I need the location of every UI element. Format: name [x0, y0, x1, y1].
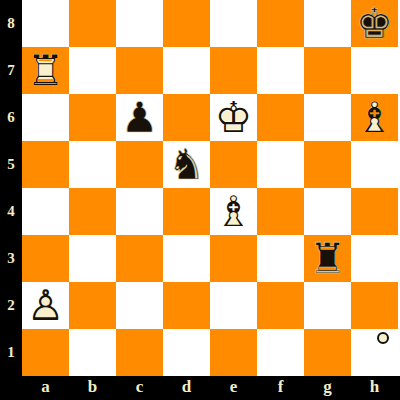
square-f3[interactable] — [257, 235, 304, 282]
square-c8[interactable] — [116, 0, 163, 47]
square-c4[interactable] — [116, 188, 163, 235]
square-e2[interactable] — [210, 282, 257, 329]
white-bishop: ♝♗ — [210, 188, 257, 235]
white-king: ♚♔ — [210, 94, 257, 141]
black-pawn-glyph: ♟ — [116, 94, 163, 141]
file-label-e: e — [210, 376, 257, 400]
file-labels: abcdefgh — [0, 376, 400, 400]
square-g6[interactable] — [304, 94, 351, 141]
rank-label-7: 7 — [0, 47, 22, 94]
white-bishop-outline-glyph: ♗ — [351, 94, 398, 141]
square-h7[interactable] — [351, 47, 398, 94]
white-pawn-outline-glyph: ♙ — [22, 282, 69, 329]
white-rook: ♜♖ — [22, 47, 69, 94]
white-pawn: ♟♙ — [22, 282, 69, 329]
square-a7[interactable]: ♜♖ — [22, 47, 69, 94]
square-b6[interactable] — [69, 94, 116, 141]
file-label-g: g — [304, 376, 351, 400]
white-rook-outline-glyph: ♖ — [22, 47, 69, 94]
square-g8[interactable] — [304, 0, 351, 47]
square-f7[interactable] — [257, 47, 304, 94]
rank-label-5: 5 — [0, 141, 22, 188]
square-c5[interactable] — [116, 141, 163, 188]
square-a6[interactable] — [22, 94, 69, 141]
black-rook-glyph: ♜ — [304, 235, 351, 282]
square-a5[interactable] — [22, 141, 69, 188]
square-h4[interactable] — [351, 188, 398, 235]
square-g4[interactable] — [304, 188, 351, 235]
square-f8[interactable] — [257, 0, 304, 47]
square-h2[interactable] — [351, 282, 398, 329]
file-label-f: f — [257, 376, 304, 400]
file-label-h: h — [351, 376, 398, 400]
square-h6[interactable]: ♝♗ — [351, 94, 398, 141]
square-c1[interactable] — [116, 329, 163, 376]
square-d7[interactable] — [163, 47, 210, 94]
square-b1[interactable] — [69, 329, 116, 376]
rank-label-6: 6 — [0, 94, 22, 141]
square-d3[interactable] — [163, 235, 210, 282]
file-label-d: d — [163, 376, 210, 400]
rank-label-3: 3 — [0, 235, 22, 282]
square-f2[interactable] — [257, 282, 304, 329]
square-b4[interactable] — [69, 188, 116, 235]
square-g3[interactable]: ♜ — [304, 235, 351, 282]
square-a4[interactable] — [22, 188, 69, 235]
square-d1[interactable] — [163, 329, 210, 376]
square-a3[interactable] — [22, 235, 69, 282]
square-h1[interactable] — [351, 329, 398, 376]
square-f6[interactable] — [257, 94, 304, 141]
square-d4[interactable] — [163, 188, 210, 235]
black-knight: ♞ — [163, 141, 210, 188]
square-b5[interactable] — [69, 141, 116, 188]
rank-label-1: 1 — [0, 329, 22, 376]
square-g5[interactable] — [304, 141, 351, 188]
square-f4[interactable] — [257, 188, 304, 235]
square-e4[interactable]: ♝♗ — [210, 188, 257, 235]
white-king-outline-glyph: ♔ — [210, 94, 257, 141]
file-labels-row: abcdefgh — [22, 376, 398, 400]
white-to-move-indicator — [377, 332, 389, 344]
square-b2[interactable] — [69, 282, 116, 329]
black-pawn: ♟ — [116, 94, 163, 141]
file-label-b: b — [69, 376, 116, 400]
square-g7[interactable] — [304, 47, 351, 94]
square-c6[interactable]: ♟ — [116, 94, 163, 141]
square-g2[interactable] — [304, 282, 351, 329]
black-king: ♚ — [351, 0, 398, 47]
square-h8[interactable]: ♚ — [351, 0, 398, 47]
white-bishop-outline-glyph: ♗ — [210, 188, 257, 235]
square-f5[interactable] — [257, 141, 304, 188]
square-g1[interactable] — [304, 329, 351, 376]
black-king-glyph: ♚ — [351, 0, 398, 47]
square-e5[interactable] — [210, 141, 257, 188]
black-knight-glyph: ♞ — [163, 141, 210, 188]
square-c3[interactable] — [116, 235, 163, 282]
square-d6[interactable] — [163, 94, 210, 141]
chess-board: ♚♜♖♟♚♔♝♗♞♝♗♜♟♙ — [22, 0, 398, 376]
square-e7[interactable] — [210, 47, 257, 94]
chess-puzzle-diagram: 87654321 abcdefgh ♚♜♖♟♚♔♝♗♞♝♗♜♟♙ — [0, 0, 400, 400]
square-a1[interactable] — [22, 329, 69, 376]
square-d5[interactable]: ♞ — [163, 141, 210, 188]
square-e6[interactable]: ♚♔ — [210, 94, 257, 141]
square-f1[interactable] — [257, 329, 304, 376]
square-a2[interactable]: ♟♙ — [22, 282, 69, 329]
rank-label-4: 4 — [0, 188, 22, 235]
black-rook: ♜ — [304, 235, 351, 282]
white-bishop: ♝♗ — [351, 94, 398, 141]
square-h5[interactable] — [351, 141, 398, 188]
rank-label-8: 8 — [0, 0, 22, 47]
square-b7[interactable] — [69, 47, 116, 94]
rank-labels: 87654321 — [0, 0, 22, 376]
square-b8[interactable] — [69, 0, 116, 47]
square-b3[interactable] — [69, 235, 116, 282]
square-e1[interactable] — [210, 329, 257, 376]
square-c2[interactable] — [116, 282, 163, 329]
file-label-c: c — [116, 376, 163, 400]
square-d2[interactable] — [163, 282, 210, 329]
square-c7[interactable] — [116, 47, 163, 94]
square-a8[interactable] — [22, 0, 69, 47]
file-label-a: a — [22, 376, 69, 400]
square-e8[interactable] — [210, 0, 257, 47]
rank-label-2: 2 — [0, 282, 22, 329]
square-h3[interactable] — [351, 235, 398, 282]
square-e3[interactable] — [210, 235, 257, 282]
square-d8[interactable] — [163, 0, 210, 47]
